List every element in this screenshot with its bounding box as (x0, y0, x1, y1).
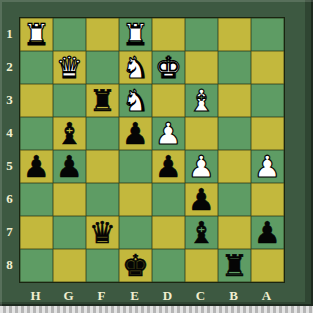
square-h3[interactable] (20, 84, 53, 117)
piece-white-king[interactable]: ♚ (155, 51, 182, 84)
square-f8[interactable] (86, 249, 119, 282)
square-f2[interactable] (86, 51, 119, 84)
square-e3[interactable]: ♞ (119, 84, 152, 117)
window-edge (0, 306, 313, 313)
piece-white-pawn[interactable]: ♟ (155, 117, 182, 150)
square-b3[interactable] (218, 84, 251, 117)
piece-black-queen[interactable]: ♛ (89, 216, 116, 249)
square-h2[interactable] (20, 51, 53, 84)
square-h7[interactable] (20, 216, 53, 249)
file-label-b: B (217, 283, 250, 306)
rank-label-7: 7 (0, 215, 19, 248)
piece-white-pawn[interactable]: ♟ (188, 150, 215, 183)
piece-black-pawn[interactable]: ♟ (188, 183, 215, 216)
file-label-d: D (151, 283, 184, 306)
square-a8[interactable] (251, 249, 284, 282)
square-g8[interactable] (53, 249, 86, 282)
piece-white-bishop[interactable]: ♝ (188, 84, 215, 117)
square-e8[interactable]: ♚ (119, 249, 152, 282)
piece-white-knight[interactable]: ♞ (122, 84, 149, 117)
file-label-f: F (85, 283, 118, 306)
square-c5[interactable]: ♟ (185, 150, 218, 183)
piece-white-pawn[interactable]: ♟ (254, 150, 281, 183)
square-c7[interactable]: ♝ (185, 216, 218, 249)
chess-board[interactable]: ♜♜♛♞♚♜♞♝♝♟♟♟♟♟♟♟♟♛♝♟♚♜ (19, 17, 285, 283)
square-c6[interactable]: ♟ (185, 183, 218, 216)
square-f4[interactable] (86, 117, 119, 150)
square-b5[interactable] (218, 150, 251, 183)
square-a3[interactable] (251, 84, 284, 117)
square-h5[interactable]: ♟ (20, 150, 53, 183)
square-g3[interactable] (53, 84, 86, 117)
file-label-c: C (184, 283, 217, 306)
square-d5[interactable]: ♟ (152, 150, 185, 183)
square-e6[interactable] (119, 183, 152, 216)
square-e2[interactable]: ♞ (119, 51, 152, 84)
square-h8[interactable] (20, 249, 53, 282)
piece-black-pawn[interactable]: ♟ (23, 150, 50, 183)
square-b4[interactable] (218, 117, 251, 150)
rank-label-1: 1 (0, 17, 19, 50)
square-g7[interactable] (53, 216, 86, 249)
file-label-h: H (19, 283, 52, 306)
square-f6[interactable] (86, 183, 119, 216)
square-h4[interactable] (20, 117, 53, 150)
square-a5[interactable]: ♟ (251, 150, 284, 183)
rank-label-8: 8 (0, 248, 19, 281)
square-a4[interactable] (251, 117, 284, 150)
piece-black-pawn[interactable]: ♟ (155, 150, 182, 183)
square-d3[interactable] (152, 84, 185, 117)
square-c3[interactable]: ♝ (185, 84, 218, 117)
square-d8[interactable] (152, 249, 185, 282)
rank-labels: 12345678 (0, 17, 19, 281)
board-frame: 12345678 ♜♜♛♞♚♜♞♝♝♟♟♟♟♟♟♟♟♛♝♟♚♜ HGFEDCBA (0, 0, 313, 306)
square-g2[interactable]: ♛ (53, 51, 86, 84)
file-label-g: G (52, 283, 85, 306)
square-a1[interactable] (251, 18, 284, 51)
rank-label-4: 4 (0, 116, 19, 149)
square-h6[interactable] (20, 183, 53, 216)
square-a7[interactable]: ♟ (251, 216, 284, 249)
square-f1[interactable] (86, 18, 119, 51)
square-e7[interactable] (119, 216, 152, 249)
square-e1[interactable]: ♜ (119, 18, 152, 51)
file-label-e: E (118, 283, 151, 306)
square-g4[interactable]: ♝ (53, 117, 86, 150)
square-a2[interactable] (251, 51, 284, 84)
square-d2[interactable]: ♚ (152, 51, 185, 84)
file-label-a: A (250, 283, 283, 306)
square-b1[interactable] (218, 18, 251, 51)
square-e5[interactable] (119, 150, 152, 183)
rank-label-6: 6 (0, 182, 19, 215)
square-d7[interactable] (152, 216, 185, 249)
rank-label-2: 2 (0, 50, 19, 83)
rank-label-5: 5 (0, 149, 19, 182)
piece-white-queen[interactable]: ♛ (56, 51, 83, 84)
square-c2[interactable] (185, 51, 218, 84)
square-f3[interactable]: ♜ (86, 84, 119, 117)
square-g5[interactable]: ♟ (53, 150, 86, 183)
file-labels: HGFEDCBA (19, 283, 285, 306)
square-b8[interactable]: ♜ (218, 249, 251, 282)
square-g6[interactable] (53, 183, 86, 216)
piece-black-rook[interactable]: ♜ (221, 249, 248, 282)
square-a6[interactable] (251, 183, 284, 216)
square-c4[interactable] (185, 117, 218, 150)
piece-black-pawn[interactable]: ♟ (122, 117, 149, 150)
square-b6[interactable] (218, 183, 251, 216)
chess-app-window: 12345678 ♜♜♛♞♚♜♞♝♝♟♟♟♟♟♟♟♟♛♝♟♚♜ HGFEDCBA (0, 0, 313, 313)
piece-black-rook[interactable]: ♜ (89, 84, 116, 117)
square-b2[interactable] (218, 51, 251, 84)
piece-black-king[interactable]: ♚ (122, 249, 149, 282)
piece-white-knight[interactable]: ♞ (122, 51, 149, 84)
square-g1[interactable] (53, 18, 86, 51)
square-h1[interactable]: ♜ (20, 18, 53, 51)
piece-black-pawn[interactable]: ♟ (254, 216, 281, 249)
square-e4[interactable]: ♟ (119, 117, 152, 150)
square-d1[interactable] (152, 18, 185, 51)
piece-white-rook[interactable]: ♜ (122, 18, 149, 51)
square-c1[interactable] (185, 18, 218, 51)
piece-black-pawn[interactable]: ♟ (56, 150, 83, 183)
piece-black-bishop[interactable]: ♝ (56, 117, 83, 150)
rank-label-3: 3 (0, 83, 19, 116)
square-d4[interactable]: ♟ (152, 117, 185, 150)
piece-white-rook[interactable]: ♜ (23, 18, 50, 51)
square-c8[interactable] (185, 249, 218, 282)
square-d6[interactable] (152, 183, 185, 216)
square-f5[interactable] (86, 150, 119, 183)
square-b7[interactable] (218, 216, 251, 249)
square-f7[interactable]: ♛ (86, 216, 119, 249)
piece-black-bishop[interactable]: ♝ (188, 216, 215, 249)
